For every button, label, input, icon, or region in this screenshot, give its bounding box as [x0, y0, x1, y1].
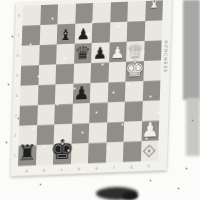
file-label-d: d [70, 163, 88, 174]
white-bishop[interactable]: ♝ [148, 0, 161, 10]
black-pawn[interactable]: ♟ [93, 46, 108, 63]
white-pawn[interactable]: ♟ [110, 45, 125, 62]
square-f8[interactable] [110, 2, 128, 23]
file-label-g: g [123, 161, 141, 172]
white-pawn[interactable]: ♟ [141, 120, 160, 141]
square-f7[interactable] [109, 22, 127, 43]
background-shadow-band-lower [186, 98, 200, 156]
square-e7[interactable] [92, 22, 110, 43]
photo-frame: 87654321 ♝♝♟♛♟♟♛♚♟♟♜♚ abcdefgh ⊕PHCHESS [0, 0, 200, 200]
square-f2[interactable] [106, 122, 124, 143]
square-a6[interactable] [21, 45, 39, 66]
square-f3[interactable] [107, 102, 125, 123]
black-pawn[interactable]: ♟ [73, 84, 90, 103]
square-g3[interactable] [124, 101, 142, 122]
square-g5[interactable]: ♚ [125, 61, 143, 82]
square-f4[interactable] [107, 82, 125, 103]
square-e4[interactable] [90, 83, 108, 104]
black-bishop[interactable]: ♝ [59, 28, 73, 44]
background-shadow-band [183, 0, 200, 100]
white-king[interactable]: ♚ [124, 58, 144, 81]
square-c7[interactable]: ♝ [57, 24, 75, 45]
square-a1[interactable]: ♜ [18, 145, 36, 166]
brand-text: ⊕PHCHESS [163, 40, 169, 73]
black-queen[interactable]: ♛ [74, 44, 91, 63]
square-b8[interactable] [40, 4, 58, 25]
square-a3[interactable] [19, 105, 37, 126]
square-g8[interactable] [127, 1, 145, 22]
square-b6[interactable] [39, 44, 57, 65]
square-e1[interactable] [88, 143, 106, 164]
square-g2[interactable] [124, 121, 142, 142]
file-label-f: f [105, 162, 123, 173]
square-g4[interactable] [125, 81, 143, 102]
square-d3[interactable] [72, 103, 90, 124]
file-label-h: h [140, 161, 158, 172]
square-a4[interactable] [20, 85, 38, 106]
square-h4[interactable] [142, 81, 160, 102]
square-g7[interactable] [127, 21, 145, 42]
square-c6[interactable] [56, 44, 74, 65]
square-e6[interactable]: ♟ [91, 42, 109, 63]
black-king[interactable]: ♚ [50, 136, 75, 164]
board-grid: ♝♝♟♛♟♟♛♚♟♟♜♚ [18, 0, 163, 166]
square-c3[interactable] [54, 104, 72, 125]
square-e8[interactable] [92, 2, 110, 23]
chessboard: 87654321 ♝♝♟♛♟♟♛♚♟♟♜♚ abcdefgh ⊕PHCHESS [11, 0, 172, 176]
square-c1[interactable]: ♚ [53, 144, 71, 165]
square-c8[interactable] [57, 4, 75, 25]
square-g1[interactable] [123, 141, 141, 162]
square-b3[interactable] [37, 105, 55, 126]
file-label-c: c [53, 164, 71, 175]
square-a7[interactable] [22, 25, 40, 46]
square-f1[interactable] [105, 142, 123, 163]
square-f5[interactable] [108, 62, 126, 83]
black-rook[interactable]: ♜ [17, 142, 37, 165]
square-h7[interactable] [144, 20, 162, 41]
black-pawn[interactable]: ♟ [76, 27, 90, 43]
square-h2[interactable]: ♟ [141, 121, 159, 142]
square-h5[interactable] [143, 60, 161, 81]
dust-specks-dark [0, 0, 1, 1]
photo-artifact-small [122, 192, 138, 200]
file-label-a: a [18, 165, 36, 176]
file-label-b: b [35, 165, 53, 176]
file-label-e: e [88, 163, 106, 174]
square-d8[interactable] [75, 3, 93, 24]
square-c4[interactable] [55, 84, 73, 105]
square-e2[interactable] [89, 123, 107, 144]
square-b5[interactable] [38, 64, 56, 85]
square-c5[interactable] [55, 64, 73, 85]
square-h8[interactable]: ♝ [145, 0, 163, 21]
square-b4[interactable] [37, 85, 55, 106]
square-a5[interactable] [20, 65, 38, 86]
square-d7[interactable]: ♟ [74, 23, 92, 44]
square-b7[interactable] [39, 24, 57, 45]
square-e5[interactable] [90, 62, 108, 83]
square-e3[interactable] [89, 103, 107, 124]
square-f6[interactable]: ♟ [109, 42, 127, 63]
square-a8[interactable] [22, 5, 40, 26]
square-d5[interactable] [73, 63, 91, 84]
brand-logo-icon [143, 145, 156, 158]
square-h6[interactable] [144, 40, 162, 61]
square-d6[interactable]: ♛ [74, 43, 92, 64]
square-d4[interactable]: ♟ [72, 83, 90, 104]
square-h1[interactable] [140, 141, 158, 162]
